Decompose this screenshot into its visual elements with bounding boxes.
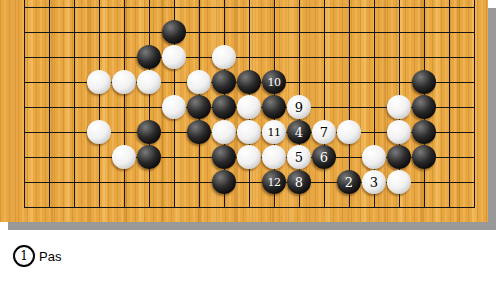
board-intersection[interactable] xyxy=(262,95,287,120)
board-intersection[interactable] xyxy=(187,45,212,70)
board-intersection[interactable] xyxy=(112,70,137,95)
board-intersection[interactable] xyxy=(187,145,212,170)
board-intersection[interactable]: 7 xyxy=(312,120,337,145)
board-intersection[interactable] xyxy=(137,45,162,70)
black-stone: 10 xyxy=(262,70,286,94)
move-number: 5 xyxy=(295,151,303,164)
board-intersection[interactable] xyxy=(262,145,287,170)
board-intersection[interactable] xyxy=(387,170,412,195)
board-intersection[interactable] xyxy=(162,120,187,145)
black-stone xyxy=(162,20,186,44)
board-intersection[interactable] xyxy=(337,120,362,145)
board-intersection[interactable] xyxy=(287,70,312,95)
black-stone: 8 xyxy=(287,170,311,194)
board-intersection[interactable] xyxy=(62,20,87,45)
white-stone xyxy=(87,120,111,144)
board-intersection[interactable] xyxy=(162,45,187,70)
board-intersection[interactable] xyxy=(412,0,437,20)
board-intersection[interactable] xyxy=(412,95,437,120)
board-intersection[interactable] xyxy=(12,45,37,70)
board-intersection[interactable] xyxy=(87,145,112,170)
white-move-1-pass-marker: 1 xyxy=(13,245,35,267)
white-stone xyxy=(387,95,411,119)
black-stone xyxy=(387,145,411,169)
board-intersection[interactable] xyxy=(112,45,137,70)
black-stone xyxy=(412,70,436,94)
black-stone xyxy=(412,145,436,169)
board-intersection[interactable] xyxy=(112,20,137,45)
black-stone xyxy=(412,95,436,119)
black-stone xyxy=(137,145,161,169)
board-intersection[interactable] xyxy=(12,170,37,195)
board-intersection[interactable] xyxy=(12,120,37,145)
board-intersection[interactable] xyxy=(62,120,87,145)
white-stone xyxy=(237,95,261,119)
board-intersection[interactable] xyxy=(62,195,87,220)
board-intersection[interactable] xyxy=(362,0,387,20)
black-stone xyxy=(212,70,236,94)
board-intersection[interactable] xyxy=(312,45,337,70)
move-number: 3 xyxy=(370,176,378,189)
board-intersection[interactable] xyxy=(462,145,487,170)
board-intersection[interactable] xyxy=(337,45,362,70)
board-intersection[interactable] xyxy=(212,95,237,120)
board-intersection[interactable] xyxy=(437,45,462,70)
move-number: 7 xyxy=(320,126,328,139)
black-stone xyxy=(212,170,236,194)
board-intersection[interactable] xyxy=(112,170,137,195)
board-intersection[interactable] xyxy=(437,145,462,170)
white-stone xyxy=(162,95,186,119)
board-intersection[interactable] xyxy=(262,45,287,70)
move-caption: 1 Pas xyxy=(13,245,61,267)
board-intersection[interactable] xyxy=(12,195,37,220)
board-intersection[interactable] xyxy=(12,95,37,120)
move-number: 12 xyxy=(268,177,281,188)
board-intersection[interactable] xyxy=(437,195,462,220)
board-intersection[interactable] xyxy=(387,195,412,220)
board-intersection[interactable] xyxy=(62,145,87,170)
board-intersection[interactable] xyxy=(412,195,437,220)
board-intersection[interactable] xyxy=(137,0,162,20)
board-intersection[interactable] xyxy=(37,170,62,195)
board-intersection[interactable] xyxy=(312,195,337,220)
white-stone: 9 xyxy=(287,95,311,119)
board-intersection[interactable] xyxy=(237,145,262,170)
board-intersection[interactable] xyxy=(287,195,312,220)
board-intersection[interactable] xyxy=(187,120,212,145)
board-intersection[interactable] xyxy=(412,70,437,95)
board-intersection[interactable] xyxy=(237,95,262,120)
board-intersection[interactable] xyxy=(287,0,312,20)
white-stone xyxy=(237,145,261,169)
black-stone: 12 xyxy=(262,170,286,194)
board-intersection[interactable] xyxy=(212,170,237,195)
board-intersection[interactable] xyxy=(87,95,112,120)
board-intersection[interactable] xyxy=(212,20,237,45)
pass-move-number: 1 xyxy=(20,249,28,263)
board-intersection[interactable] xyxy=(212,120,237,145)
board-intersection[interactable]: 2 xyxy=(337,170,362,195)
black-stone xyxy=(187,120,211,144)
board-intersection[interactable] xyxy=(187,0,212,20)
black-stone xyxy=(237,70,261,94)
white-stone xyxy=(237,120,261,144)
diagram-page: 10911475612823 1 Pas xyxy=(0,0,500,283)
board-intersection[interactable]: 5 xyxy=(287,145,312,170)
move-number: 6 xyxy=(320,151,328,164)
board-intersection[interactable] xyxy=(312,170,337,195)
white-stone xyxy=(262,145,286,169)
board-intersection[interactable] xyxy=(187,20,212,45)
board-intersection[interactable] xyxy=(212,145,237,170)
board-intersection[interactable] xyxy=(37,70,62,95)
board-intersection[interactable] xyxy=(262,20,287,45)
board-intersection[interactable] xyxy=(212,70,237,95)
board-intersection[interactable] xyxy=(387,120,412,145)
board-intersection[interactable] xyxy=(137,145,162,170)
board-intersection[interactable] xyxy=(337,20,362,45)
board-intersection[interactable] xyxy=(112,145,137,170)
white-stone xyxy=(112,70,136,94)
board-intersection[interactable] xyxy=(162,70,187,95)
board-intersection[interactable] xyxy=(312,95,337,120)
board-intersection[interactable] xyxy=(187,170,212,195)
board-intersection[interactable] xyxy=(412,145,437,170)
white-stone xyxy=(362,145,386,169)
board-intersection[interactable] xyxy=(412,20,437,45)
board-intersection[interactable] xyxy=(387,20,412,45)
board-intersection[interactable] xyxy=(287,20,312,45)
board-intersection[interactable] xyxy=(237,0,262,20)
board-intersection[interactable] xyxy=(62,170,87,195)
board-intersection[interactable] xyxy=(137,120,162,145)
board-intersection[interactable]: 10 xyxy=(262,70,287,95)
board-intersection[interactable] xyxy=(187,95,212,120)
board-intersection[interactable] xyxy=(37,195,62,220)
board-intersection[interactable] xyxy=(337,0,362,20)
board-intersection[interactable] xyxy=(162,170,187,195)
black-stone xyxy=(212,145,236,169)
board-intersection[interactable] xyxy=(462,70,487,95)
board-intersection[interactable] xyxy=(362,70,387,95)
board-intersection[interactable] xyxy=(412,45,437,70)
board-intersection[interactable] xyxy=(237,45,262,70)
white-stone xyxy=(187,70,211,94)
board-intersection[interactable] xyxy=(87,45,112,70)
board-intersection[interactable] xyxy=(437,20,462,45)
board-intersection[interactable] xyxy=(237,170,262,195)
board-intersection[interactable] xyxy=(437,70,462,95)
black-stone xyxy=(187,95,211,119)
board-intersection[interactable] xyxy=(87,0,112,20)
white-stone xyxy=(112,145,136,169)
pass-move-label: Pas xyxy=(39,249,61,264)
board-intersection[interactable] xyxy=(462,0,487,20)
board-intersection[interactable] xyxy=(462,120,487,145)
board-intersection[interactable] xyxy=(437,95,462,120)
board-intersection[interactable] xyxy=(462,170,487,195)
board-intersection[interactable] xyxy=(87,20,112,45)
board-intersection[interactable] xyxy=(12,20,37,45)
white-stone xyxy=(87,70,111,94)
go-board: 10911475612823 xyxy=(0,0,488,222)
board-intersection[interactable] xyxy=(62,95,87,120)
board-intersection[interactable] xyxy=(437,120,462,145)
board-intersection[interactable] xyxy=(262,195,287,220)
board-intersection[interactable] xyxy=(387,0,412,20)
board-intersection[interactable] xyxy=(387,70,412,95)
board-intersection[interactable] xyxy=(287,45,312,70)
board-intersection[interactable] xyxy=(312,20,337,45)
board-intersection[interactable] xyxy=(237,195,262,220)
board-intersection[interactable] xyxy=(162,0,187,20)
white-stone xyxy=(387,170,411,194)
board-intersection[interactable] xyxy=(212,0,237,20)
board-intersection[interactable] xyxy=(12,0,37,20)
board-intersection[interactable] xyxy=(162,145,187,170)
board-intersection[interactable] xyxy=(37,95,62,120)
board-intersection[interactable] xyxy=(37,145,62,170)
board-intersection[interactable] xyxy=(162,195,187,220)
board-intersection[interactable] xyxy=(137,20,162,45)
board-intersection[interactable] xyxy=(187,195,212,220)
board-intersection[interactable] xyxy=(162,20,187,45)
board-intersection[interactable] xyxy=(412,120,437,145)
move-number: 2 xyxy=(345,176,353,189)
white-stone: 7 xyxy=(312,120,336,144)
white-stone: 11 xyxy=(262,120,286,144)
white-stone xyxy=(212,45,236,69)
board-intersection[interactable] xyxy=(462,195,487,220)
board-intersection[interactable] xyxy=(362,120,387,145)
board-intersection[interactable]: 4 xyxy=(287,120,312,145)
board-intersection[interactable] xyxy=(137,70,162,95)
white-stone xyxy=(162,45,186,69)
move-number: 9 xyxy=(295,101,303,114)
board-intersection[interactable] xyxy=(312,0,337,20)
board-intersection[interactable] xyxy=(187,70,212,95)
stones-grid: 10911475612823 xyxy=(12,0,487,220)
board-intersection[interactable] xyxy=(137,95,162,120)
board-intersection[interactable] xyxy=(462,45,487,70)
board-intersection[interactable] xyxy=(62,0,87,20)
board-intersection[interactable] xyxy=(437,0,462,20)
board-intersection[interactable] xyxy=(437,170,462,195)
board-intersection[interactable] xyxy=(37,0,62,20)
board-intersection[interactable] xyxy=(137,195,162,220)
move-number: 11 xyxy=(268,127,281,138)
board-intersection[interactable] xyxy=(62,45,87,70)
board-intersection[interactable] xyxy=(212,195,237,220)
board-intersection[interactable] xyxy=(237,20,262,45)
board-intersection[interactable] xyxy=(87,170,112,195)
board-intersection[interactable]: 12 xyxy=(262,170,287,195)
black-stone xyxy=(262,95,286,119)
white-stone xyxy=(337,120,361,144)
board-intersection[interactable] xyxy=(112,0,137,20)
black-stone xyxy=(137,120,161,144)
board-intersection[interactable] xyxy=(212,45,237,70)
black-stone: 6 xyxy=(312,145,336,169)
board-intersection[interactable]: 6 xyxy=(312,145,337,170)
board-intersection[interactable] xyxy=(337,145,362,170)
board-intersection[interactable] xyxy=(387,45,412,70)
board-intersection[interactable] xyxy=(362,20,387,45)
black-stone xyxy=(212,95,236,119)
board-intersection[interactable] xyxy=(137,170,162,195)
board-intersection[interactable] xyxy=(87,70,112,95)
board-intersection[interactable] xyxy=(237,70,262,95)
board-intersection[interactable] xyxy=(37,120,62,145)
black-stone xyxy=(412,120,436,144)
board-intersection[interactable] xyxy=(387,95,412,120)
board-intersection[interactable] xyxy=(237,120,262,145)
board-intersection[interactable] xyxy=(37,20,62,45)
board-intersection[interactable] xyxy=(87,195,112,220)
white-stone xyxy=(387,120,411,144)
board-intersection[interactable] xyxy=(362,45,387,70)
board-intersection[interactable] xyxy=(112,120,137,145)
board-intersection[interactable] xyxy=(162,95,187,120)
board-intersection[interactable] xyxy=(12,70,37,95)
board-intersection[interactable] xyxy=(87,120,112,145)
move-number: 10 xyxy=(268,77,281,88)
board-intersection[interactable] xyxy=(337,70,362,95)
board-intersection[interactable] xyxy=(312,70,337,95)
board-intersection[interactable] xyxy=(262,0,287,20)
board-intersection[interactable] xyxy=(462,20,487,45)
board-intersection[interactable] xyxy=(362,95,387,120)
board-intersection[interactable] xyxy=(462,95,487,120)
board-intersection[interactable] xyxy=(112,195,137,220)
board-intersection[interactable]: 3 xyxy=(362,170,387,195)
black-stone: 4 xyxy=(287,120,311,144)
board-intersection[interactable] xyxy=(62,70,87,95)
board-intersection[interactable] xyxy=(112,95,137,120)
board-intersection[interactable] xyxy=(387,145,412,170)
board-intersection[interactable] xyxy=(337,95,362,120)
board-intersection[interactable] xyxy=(412,170,437,195)
move-number: 8 xyxy=(295,176,303,189)
board-intersection[interactable]: 8 xyxy=(287,170,312,195)
move-number: 4 xyxy=(295,126,303,139)
black-stone: 2 xyxy=(337,170,361,194)
white-stone: 5 xyxy=(287,145,311,169)
board-intersection[interactable] xyxy=(362,195,387,220)
board-intersection[interactable] xyxy=(337,195,362,220)
white-stone: 3 xyxy=(362,170,386,194)
board-intersection[interactable] xyxy=(12,145,37,170)
black-stone xyxy=(137,45,161,69)
white-stone xyxy=(212,120,236,144)
white-stone xyxy=(137,70,161,94)
board-intersection[interactable] xyxy=(37,45,62,70)
board-intersection[interactable] xyxy=(362,145,387,170)
board-intersection[interactable]: 9 xyxy=(287,95,312,120)
board-intersection[interactable]: 11 xyxy=(262,120,287,145)
